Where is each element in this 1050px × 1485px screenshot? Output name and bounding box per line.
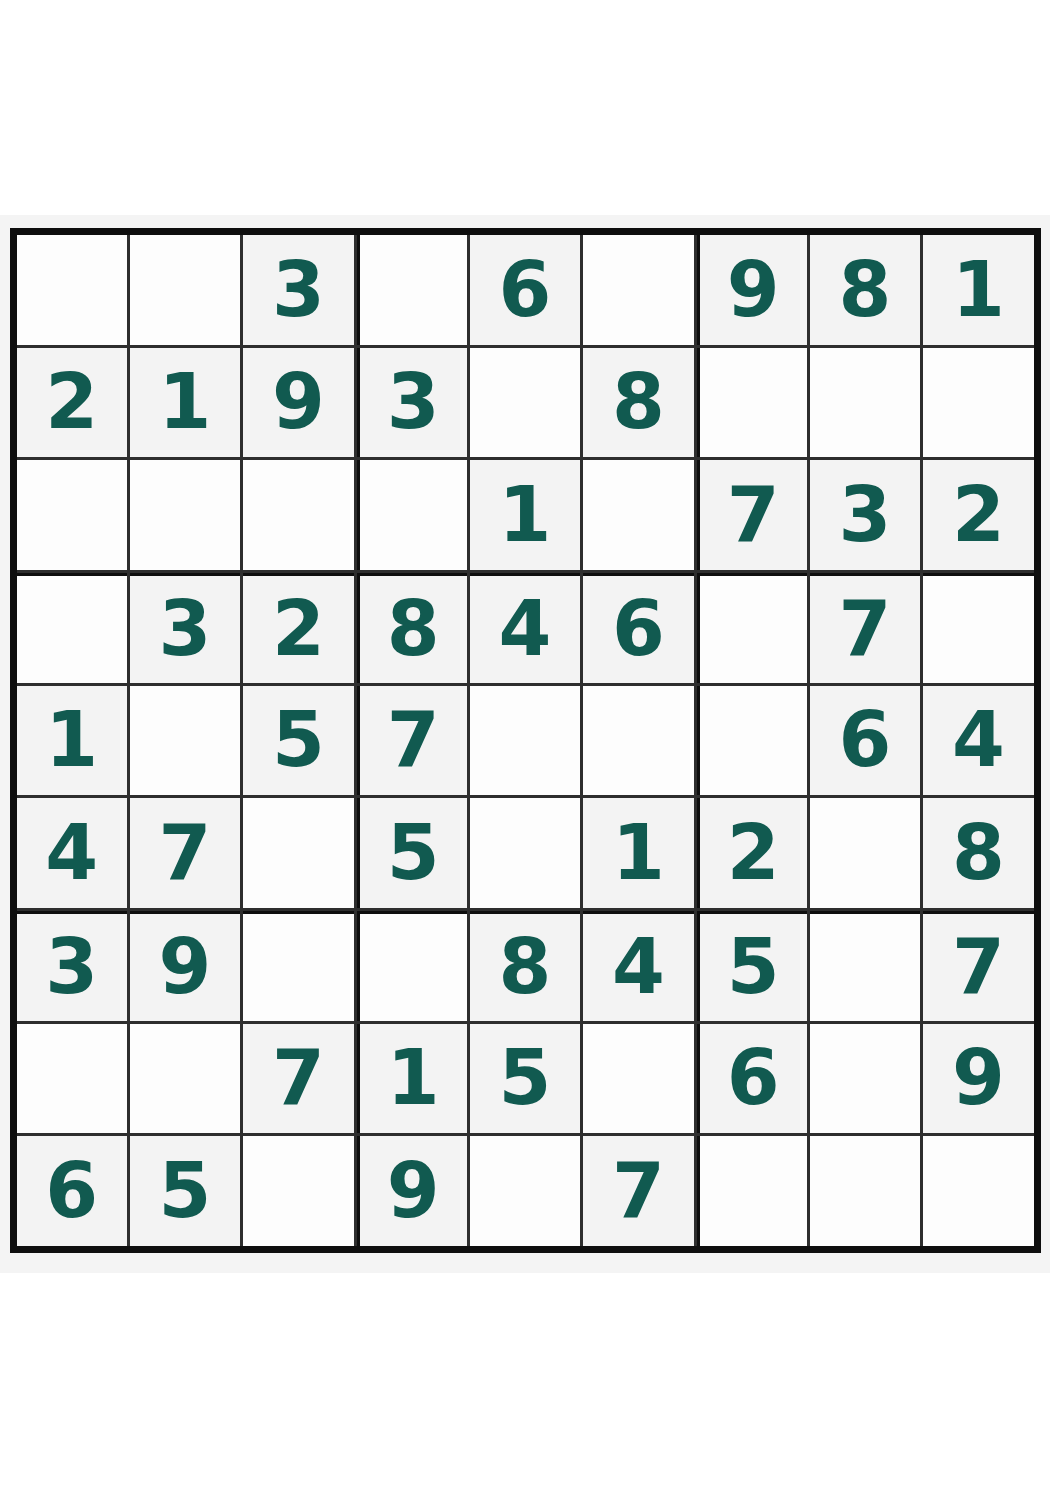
cell-r4c8[interactable]: 7 <box>810 573 920 683</box>
cell-r8c3[interactable]: 7 <box>243 1024 353 1134</box>
cell-r1c6[interactable] <box>583 235 693 345</box>
cell-r7c6[interactable]: 4 <box>583 911 693 1021</box>
cell-r2c1[interactable]: 2 <box>17 348 127 458</box>
cell-r6c7[interactable]: 2 <box>697 798 807 908</box>
cell-r2c7[interactable] <box>697 348 807 458</box>
cell-value: 8 <box>952 815 1005 891</box>
cell-value: 7 <box>159 815 212 891</box>
cell-value: 3 <box>45 929 98 1005</box>
cell-value: 7 <box>952 929 1005 1005</box>
cell-value: 6 <box>727 1040 780 1116</box>
cell-value: 8 <box>612 364 665 440</box>
cell-r6c1[interactable]: 4 <box>17 798 127 908</box>
cell-r2c6[interactable]: 8 <box>583 348 693 458</box>
cell-value: 9 <box>272 364 325 440</box>
cell-r8c4[interactable]: 1 <box>357 1024 467 1134</box>
cell-r7c5[interactable]: 8 <box>470 911 580 1021</box>
cell-value: 1 <box>387 1040 440 1116</box>
cell-r8c6[interactable] <box>583 1024 693 1134</box>
cell-r6c4[interactable]: 5 <box>357 798 467 908</box>
cell-r2c2[interactable]: 1 <box>130 348 240 458</box>
cell-value: 1 <box>159 364 212 440</box>
cell-r7c9[interactable]: 7 <box>923 911 1033 1021</box>
cell-r9c5[interactable] <box>470 1136 580 1246</box>
cell-value: 1 <box>499 477 552 553</box>
cell-value: 8 <box>387 591 440 667</box>
cell-r8c9[interactable]: 9 <box>923 1024 1033 1134</box>
cell-value: 7 <box>272 1040 325 1116</box>
cell-r6c6[interactable]: 1 <box>583 798 693 908</box>
cell-value: 6 <box>839 702 892 778</box>
cell-value: 6 <box>612 591 665 667</box>
cell-value: 2 <box>952 477 1005 553</box>
cell-r9c7[interactable] <box>697 1136 807 1246</box>
cell-r7c7[interactable]: 5 <box>697 911 807 1021</box>
cell-r4c1[interactable] <box>17 573 127 683</box>
cell-value: 2 <box>45 364 98 440</box>
board-section: 3698121938173232846715764475128398457715… <box>0 215 1050 1273</box>
cell-value: 8 <box>499 929 552 1005</box>
sudoku-board: 3698121938173232846715764475128398457715… <box>10 228 1041 1253</box>
cell-r8c7[interactable]: 6 <box>697 1024 807 1134</box>
cell-value: 1 <box>45 702 98 778</box>
cell-r5c5[interactable] <box>470 686 580 796</box>
cell-r4c4[interactable]: 8 <box>357 573 467 683</box>
cell-r2c5[interactable] <box>470 348 580 458</box>
cell-r1c7[interactable]: 9 <box>697 235 807 345</box>
cell-r3c3[interactable] <box>243 460 353 570</box>
cell-r4c2[interactable]: 3 <box>130 573 240 683</box>
cell-r4c9[interactable] <box>923 573 1033 683</box>
cell-value: 1 <box>952 252 1005 328</box>
cell-r8c8[interactable] <box>810 1024 920 1134</box>
cell-r5c8[interactable]: 6 <box>810 686 920 796</box>
cell-r4c5[interactable]: 4 <box>470 573 580 683</box>
cell-r5c9[interactable]: 4 <box>923 686 1033 796</box>
cell-value: 7 <box>387 702 440 778</box>
cell-value: 3 <box>387 364 440 440</box>
cell-value: 1 <box>612 815 665 891</box>
cell-r5c4[interactable]: 7 <box>357 686 467 796</box>
cell-r6c8[interactable] <box>810 798 920 908</box>
cell-value: 7 <box>727 477 780 553</box>
cell-r1c1[interactable] <box>17 235 127 345</box>
cell-r1c4[interactable] <box>357 235 467 345</box>
cell-r4c6[interactable]: 6 <box>583 573 693 683</box>
cell-value: 8 <box>839 252 892 328</box>
cell-value: 7 <box>839 591 892 667</box>
cell-r5c3[interactable]: 5 <box>243 686 353 796</box>
cell-r5c2[interactable] <box>130 686 240 796</box>
cell-r1c3[interactable]: 3 <box>243 235 353 345</box>
cell-r9c2[interactable]: 5 <box>130 1136 240 1246</box>
cell-r2c3[interactable]: 9 <box>243 348 353 458</box>
cell-r6c2[interactable]: 7 <box>130 798 240 908</box>
cell-r1c5[interactable]: 6 <box>470 235 580 345</box>
cell-value: 9 <box>727 252 780 328</box>
cell-r5c6[interactable] <box>583 686 693 796</box>
cell-value: 9 <box>952 1040 1005 1116</box>
cell-r9c4[interactable]: 9 <box>357 1136 467 1246</box>
cell-value: 2 <box>727 815 780 891</box>
cell-r9c9[interactable] <box>923 1136 1033 1246</box>
cell-r3c1[interactable] <box>17 460 127 570</box>
cell-r8c2[interactable] <box>130 1024 240 1134</box>
cell-r4c3[interactable]: 2 <box>243 573 353 683</box>
cell-r7c3[interactable] <box>243 911 353 1021</box>
cell-value: 3 <box>839 477 892 553</box>
cell-r9c8[interactable] <box>810 1136 920 1246</box>
cell-r3c2[interactable] <box>130 460 240 570</box>
cell-r2c8[interactable] <box>810 348 920 458</box>
cell-value: 3 <box>159 591 212 667</box>
cell-value: 5 <box>499 1040 552 1116</box>
cell-value: 4 <box>952 702 1005 778</box>
cell-r7c4[interactable] <box>357 911 467 1021</box>
cell-r7c1[interactable]: 3 <box>17 911 127 1021</box>
cell-value: 2 <box>272 591 325 667</box>
cell-value: 4 <box>612 929 665 1005</box>
cell-value: 5 <box>272 702 325 778</box>
cell-value: 5 <box>387 815 440 891</box>
cell-value: 9 <box>159 929 212 1005</box>
cell-r3c9[interactable]: 2 <box>923 460 1033 570</box>
cell-r2c4[interactable]: 3 <box>357 348 467 458</box>
cell-r6c5[interactable] <box>470 798 580 908</box>
cell-r3c8[interactable]: 3 <box>810 460 920 570</box>
cell-r1c9[interactable]: 1 <box>923 235 1033 345</box>
cell-value: 9 <box>387 1153 440 1229</box>
cell-value: 6 <box>499 252 552 328</box>
cell-r3c5[interactable]: 1 <box>470 460 580 570</box>
cell-r7c8[interactable] <box>810 911 920 1021</box>
cell-r3c7[interactable]: 7 <box>697 460 807 570</box>
cell-r7c2[interactable]: 9 <box>130 911 240 1021</box>
cell-r1c2[interactable] <box>130 235 240 345</box>
cell-r3c4[interactable] <box>357 460 467 570</box>
cell-value: 4 <box>45 815 98 891</box>
cell-r5c1[interactable]: 1 <box>17 686 127 796</box>
cell-r9c3[interactable] <box>243 1136 353 1246</box>
cell-r4c7[interactable] <box>697 573 807 683</box>
cell-r6c3[interactable] <box>243 798 353 908</box>
cell-r8c5[interactable]: 5 <box>470 1024 580 1134</box>
cell-value: 3 <box>272 252 325 328</box>
cell-r2c9[interactable] <box>923 348 1033 458</box>
cell-value: 7 <box>612 1153 665 1229</box>
cell-r5c7[interactable] <box>697 686 807 796</box>
cell-r8c1[interactable] <box>17 1024 127 1134</box>
cell-r9c1[interactable]: 6 <box>17 1136 127 1246</box>
cell-r9c6[interactable]: 7 <box>583 1136 693 1246</box>
cell-r1c8[interactable]: 8 <box>810 235 920 345</box>
cell-value: 5 <box>727 929 780 1005</box>
cell-value: 6 <box>45 1153 98 1229</box>
cell-r3c6[interactable] <box>583 460 693 570</box>
cell-value: 5 <box>159 1153 212 1229</box>
cell-value: 4 <box>499 591 552 667</box>
cell-r6c9[interactable]: 8 <box>923 798 1033 908</box>
